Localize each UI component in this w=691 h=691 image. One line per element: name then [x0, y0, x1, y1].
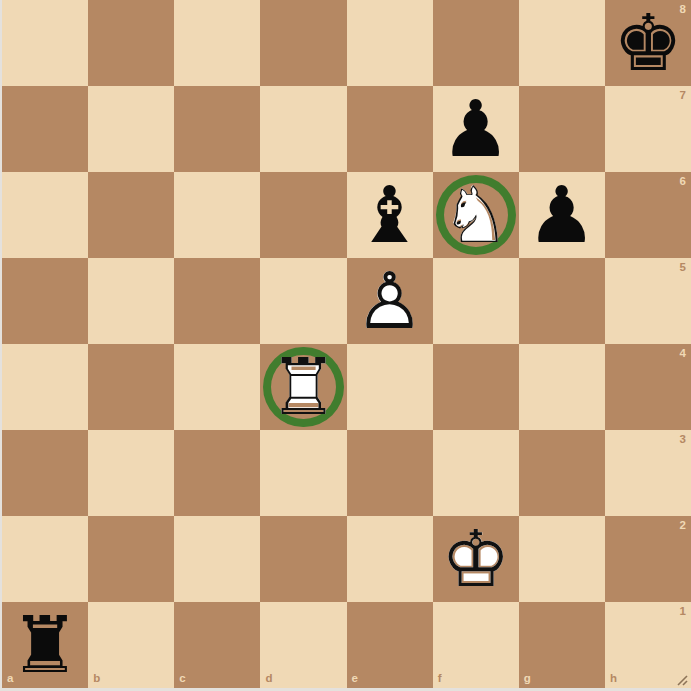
square-c2[interactable]: [174, 516, 260, 602]
rank-label-1: 1: [680, 606, 686, 618]
square-h5[interactable]: 5: [605, 258, 691, 344]
square-d3[interactable]: [260, 430, 346, 516]
piece-white-knight[interactable]: ♘: [433, 172, 519, 258]
file-label-g: g: [524, 673, 531, 685]
square-g8[interactable]: [519, 0, 605, 86]
chess-app-screen: 8♚♟7♝♞♘♟6♟♙5♜♖43♚♔2a♜bcdefg1h: [0, 0, 691, 691]
square-g3[interactable]: [519, 430, 605, 516]
piece-white-king[interactable]: ♔: [433, 516, 519, 602]
file-label-b: b: [93, 673, 100, 685]
square-b7[interactable]: [88, 86, 174, 172]
resize-handle-icon[interactable]: [675, 672, 688, 685]
square-e1[interactable]: e: [347, 602, 433, 688]
piece-black-rook[interactable]: ♜: [2, 602, 88, 688]
square-c5[interactable]: [174, 258, 260, 344]
file-label-c: c: [179, 673, 185, 685]
square-h6[interactable]: 6: [605, 172, 691, 258]
square-a4[interactable]: [2, 344, 88, 430]
square-b4[interactable]: [88, 344, 174, 430]
square-f4[interactable]: [433, 344, 519, 430]
square-a1[interactable]: a♜: [2, 602, 88, 688]
square-h8[interactable]: 8♚: [605, 0, 691, 86]
square-g5[interactable]: [519, 258, 605, 344]
rank-label-3: 3: [680, 434, 686, 446]
square-a2[interactable]: [2, 516, 88, 602]
square-a8[interactable]: [2, 0, 88, 86]
square-b5[interactable]: [88, 258, 174, 344]
piece-black-pawn[interactable]: ♟: [519, 172, 605, 258]
piece-white-rook[interactable]: ♖: [260, 344, 346, 430]
square-f2[interactable]: ♚♔: [433, 516, 519, 602]
square-b3[interactable]: [88, 430, 174, 516]
square-e5[interactable]: ♟♙: [347, 258, 433, 344]
square-e7[interactable]: [347, 86, 433, 172]
square-c1[interactable]: c: [174, 602, 260, 688]
square-a3[interactable]: [2, 430, 88, 516]
square-e2[interactable]: [347, 516, 433, 602]
square-f1[interactable]: f: [433, 602, 519, 688]
rank-label-6: 6: [680, 176, 686, 188]
square-h3[interactable]: 3: [605, 430, 691, 516]
file-label-e: e: [352, 673, 358, 685]
square-g1[interactable]: g: [519, 602, 605, 688]
file-label-d: d: [265, 673, 272, 685]
rank-label-4: 4: [680, 348, 686, 360]
square-g2[interactable]: [519, 516, 605, 602]
rank-label-7: 7: [680, 90, 686, 102]
square-f3[interactable]: [433, 430, 519, 516]
rank-label-5: 5: [680, 262, 686, 274]
square-g4[interactable]: [519, 344, 605, 430]
square-f6[interactable]: ♞♘: [433, 172, 519, 258]
square-c6[interactable]: [174, 172, 260, 258]
square-h1[interactable]: 1h: [605, 602, 691, 688]
square-d4[interactable]: ♜♖: [260, 344, 346, 430]
square-g7[interactable]: [519, 86, 605, 172]
piece-black-bishop[interactable]: ♝: [347, 172, 433, 258]
square-h4[interactable]: 4: [605, 344, 691, 430]
piece-black-pawn[interactable]: ♟: [433, 86, 519, 172]
square-e4[interactable]: [347, 344, 433, 430]
square-e6[interactable]: ♝: [347, 172, 433, 258]
square-f5[interactable]: [433, 258, 519, 344]
piece-black-king[interactable]: ♚: [605, 0, 691, 86]
file-label-f: f: [438, 673, 442, 685]
square-a7[interactable]: [2, 86, 88, 172]
square-d6[interactable]: [260, 172, 346, 258]
square-a5[interactable]: [2, 258, 88, 344]
square-d7[interactable]: [260, 86, 346, 172]
piece-white-pawn[interactable]: ♙: [347, 258, 433, 344]
square-b1[interactable]: b: [88, 602, 174, 688]
square-b8[interactable]: [88, 0, 174, 86]
square-c3[interactable]: [174, 430, 260, 516]
square-c4[interactable]: [174, 344, 260, 430]
rank-label-2: 2: [680, 520, 686, 532]
square-d5[interactable]: [260, 258, 346, 344]
square-c7[interactable]: [174, 86, 260, 172]
file-label-h: h: [610, 673, 617, 685]
square-d2[interactable]: [260, 516, 346, 602]
square-c8[interactable]: [174, 0, 260, 86]
square-h7[interactable]: 7: [605, 86, 691, 172]
square-h2[interactable]: 2: [605, 516, 691, 602]
square-d8[interactable]: [260, 0, 346, 86]
chess-board: 8♚♟7♝♞♘♟6♟♙5♜♖43♚♔2a♜bcdefg1h: [2, 0, 691, 688]
square-a6[interactable]: [2, 172, 88, 258]
square-d1[interactable]: d: [260, 602, 346, 688]
square-f7[interactable]: ♟: [433, 86, 519, 172]
square-g6[interactable]: ♟: [519, 172, 605, 258]
square-e3[interactable]: [347, 430, 433, 516]
square-b2[interactable]: [88, 516, 174, 602]
square-e8[interactable]: [347, 0, 433, 86]
square-f8[interactable]: [433, 0, 519, 86]
square-b6[interactable]: [88, 172, 174, 258]
